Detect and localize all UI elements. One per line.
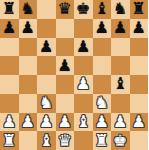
piece-black-pawn[interactable]: ♟ — [58, 57, 72, 73]
square-f8[interactable]: ♝ — [93, 0, 112, 19]
square-a5[interactable] — [0, 56, 19, 75]
square-e2[interactable]: ♝ — [74, 113, 93, 132]
piece-black-knight[interactable]: ♞ — [21, 1, 35, 17]
square-b5[interactable] — [19, 56, 38, 75]
square-e3[interactable] — [74, 94, 93, 113]
square-f7[interactable]: ♟ — [93, 19, 112, 38]
piece-white-pawn[interactable]: ♟ — [2, 113, 16, 129]
square-f5[interactable] — [93, 56, 112, 75]
piece-white-pawn[interactable]: ♟ — [113, 113, 127, 129]
piece-black-pawn[interactable]: ♟ — [39, 38, 53, 54]
square-h1[interactable] — [130, 131, 149, 150]
square-c5[interactable] — [37, 56, 56, 75]
square-d4[interactable] — [56, 75, 75, 94]
square-g4[interactable]: ♝ — [111, 75, 130, 94]
piece-white-pawn[interactable]: ♟ — [132, 113, 146, 129]
square-c7[interactable] — [37, 19, 56, 38]
square-h4[interactable] — [130, 75, 149, 94]
square-f2[interactable]: ♟ — [93, 113, 112, 132]
square-a1[interactable]: ♜ — [0, 131, 19, 150]
square-h7[interactable]: ♟ — [130, 19, 149, 38]
piece-black-pawn[interactable]: ♟ — [132, 20, 146, 36]
square-c8[interactable] — [37, 0, 56, 19]
piece-black-knight[interactable]: ♞ — [113, 1, 127, 17]
square-b8[interactable]: ♞ — [19, 0, 38, 19]
square-d7[interactable] — [56, 19, 75, 38]
piece-black-pawn[interactable]: ♟ — [76, 38, 90, 54]
piece-black-pawn[interactable]: ♟ — [95, 20, 109, 36]
square-a2[interactable]: ♟ — [0, 113, 19, 132]
square-b3[interactable] — [19, 94, 38, 113]
piece-black-pawn[interactable]: ♟ — [2, 20, 16, 36]
piece-white-queen[interactable]: ♛ — [58, 132, 72, 148]
square-g7[interactable]: ♟ — [111, 19, 130, 38]
square-h8[interactable]: ♜ — [130, 0, 149, 19]
piece-white-pawn[interactable]: ♟ — [39, 113, 53, 129]
piece-black-rook[interactable]: ♜ — [132, 1, 146, 17]
square-d1[interactable]: ♛ — [56, 131, 75, 150]
square-a4[interactable] — [0, 75, 19, 94]
square-h3[interactable] — [130, 94, 149, 113]
square-b7[interactable]: ♟ — [19, 19, 38, 38]
square-d6[interactable] — [56, 38, 75, 57]
square-d2[interactable]: ♟ — [56, 113, 75, 132]
square-c2[interactable]: ♟ — [37, 113, 56, 132]
piece-black-queen[interactable]: ♛ — [58, 1, 72, 17]
square-f1[interactable]: ♜ — [93, 131, 112, 150]
square-g1[interactable]: ♚ — [111, 131, 130, 150]
piece-white-pawn[interactable]: ♟ — [58, 113, 72, 129]
square-c3[interactable]: ♞ — [37, 94, 56, 113]
square-f3[interactable]: ♞ — [93, 94, 112, 113]
piece-black-king[interactable]: ♚ — [76, 1, 90, 17]
piece-white-rook[interactable]: ♜ — [2, 132, 16, 148]
square-c4[interactable] — [37, 75, 56, 94]
square-a7[interactable]: ♟ — [0, 19, 19, 38]
piece-white-bishop[interactable]: ♝ — [39, 132, 53, 148]
piece-white-bishop[interactable]: ♝ — [76, 113, 90, 129]
piece-black-pawn[interactable]: ♟ — [113, 20, 127, 36]
square-b6[interactable] — [19, 38, 38, 57]
piece-white-knight[interactable]: ♞ — [95, 95, 109, 111]
piece-white-pawn[interactable]: ♟ — [95, 113, 109, 129]
square-e7[interactable] — [74, 19, 93, 38]
piece-white-pawn[interactable]: ♟ — [76, 76, 90, 92]
square-d8[interactable]: ♛ — [56, 0, 75, 19]
square-a3[interactable] — [0, 94, 19, 113]
square-f6[interactable] — [93, 38, 112, 57]
square-d5[interactable]: ♟ — [56, 56, 75, 75]
piece-black-bishop[interactable]: ♝ — [113, 76, 127, 92]
piece-white-pawn[interactable]: ♟ — [21, 113, 35, 129]
square-e1[interactable] — [74, 131, 93, 150]
square-b2[interactable]: ♟ — [19, 113, 38, 132]
piece-white-king[interactable]: ♚ — [113, 132, 127, 148]
square-b1[interactable] — [19, 131, 38, 150]
square-g8[interactable]: ♞ — [111, 0, 130, 19]
square-f4[interactable] — [93, 75, 112, 94]
square-c1[interactable]: ♝ — [37, 131, 56, 150]
square-e6[interactable]: ♟ — [74, 38, 93, 57]
square-d3[interactable] — [56, 94, 75, 113]
square-g3[interactable] — [111, 94, 130, 113]
square-h6[interactable] — [130, 38, 149, 57]
piece-black-bishop[interactable]: ♝ — [95, 1, 109, 17]
square-g6[interactable] — [111, 38, 130, 57]
piece-black-pawn[interactable]: ♟ — [21, 20, 35, 36]
square-e4[interactable]: ♟ — [74, 75, 93, 94]
piece-black-rook[interactable]: ♜ — [2, 1, 16, 17]
square-e8[interactable]: ♚ — [74, 0, 93, 19]
square-e5[interactable] — [74, 56, 93, 75]
square-a8[interactable]: ♜ — [0, 0, 19, 19]
chess-board: ♜♞♛♚♝♞♜♟♟♟♟♟♟♟♟♟♝♞♞♟♟♟♟♝♟♟♟♜♝♛♜♚ — [0, 0, 148, 150]
square-b4[interactable] — [19, 75, 38, 94]
square-h5[interactable] — [130, 56, 149, 75]
square-h2[interactable]: ♟ — [130, 113, 149, 132]
piece-white-rook[interactable]: ♜ — [95, 132, 109, 148]
piece-white-knight[interactable]: ♞ — [39, 95, 53, 111]
square-g5[interactable] — [111, 56, 130, 75]
square-a6[interactable] — [0, 38, 19, 57]
square-c6[interactable]: ♟ — [37, 38, 56, 57]
square-g2[interactable]: ♟ — [111, 113, 130, 132]
